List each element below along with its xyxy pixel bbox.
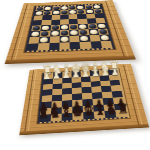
checkers-square-r7c4 (70, 42, 81, 49)
chess-square-r7c7 (115, 110, 127, 118)
black-checker-piece (80, 30, 88, 35)
checkers-grid (27, 5, 112, 51)
chess-grid (40, 69, 127, 122)
black-checker-piece (70, 25, 78, 30)
checkers-square-r7c1 (38, 43, 49, 50)
chess-board-scene: ♜♞♝♚♛♝♞♜♟♟♟♟♟♟♟♟♟♟♟♟♟♟♟♟♜♞♝♚♛♝♞♜ (10, 53, 150, 150)
checkers-playing-field (24, 4, 115, 53)
black-checker-piece (61, 31, 69, 36)
white-checker-piece (100, 35, 109, 40)
chess-playing-field (37, 68, 129, 123)
checkers-square-r7c2 (48, 43, 59, 50)
chess-board-front-edge (19, 124, 149, 135)
white-checker-piece (70, 30, 78, 35)
checkers-square-r7c3 (59, 42, 70, 49)
chess-square-r7c4 (83, 112, 94, 120)
chess-square-r7c2 (62, 113, 73, 121)
black-checker-piece (99, 29, 108, 34)
black-checker-piece (51, 25, 59, 30)
black-checker-piece (41, 31, 49, 36)
product-photo-stage: ♜♞♝♚♛♝♞♜♟♟♟♟♟♟♟♟♟♟♟♟♟♟♟♟♜♞♝♚♛♝♞♜ (0, 0, 150, 150)
white-checker-piece (40, 37, 48, 42)
white-checker-piece (89, 30, 97, 35)
black-checker-piece (32, 26, 40, 31)
black-checker-piece (88, 24, 96, 29)
white-checker-piece (51, 31, 59, 36)
white-checker-piece (79, 24, 87, 29)
chess-square-r7c0 (40, 114, 51, 122)
white-checker-piece (60, 37, 68, 42)
white-checker-piece (61, 25, 68, 30)
chess-square-r7c3 (72, 112, 83, 120)
white-checker-piece (31, 32, 39, 37)
white-checker-piece (80, 36, 88, 41)
checkers-square-r7c7 (100, 41, 112, 48)
white-checker-piece (98, 24, 106, 29)
white-checker-piece (42, 26, 50, 31)
chess-square-r7c1 (51, 114, 62, 122)
chess-board (19, 64, 149, 136)
